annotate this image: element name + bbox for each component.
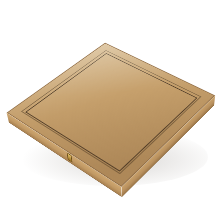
scene: [35, 27, 188, 180]
chess-set-photo: [0, 0, 220, 220]
board-grid: [27, 54, 196, 171]
